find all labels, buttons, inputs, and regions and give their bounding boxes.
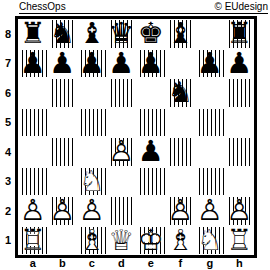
rank-label-7: 7 <box>2 49 14 79</box>
black-pawn[interactable]: ♟ <box>136 137 166 167</box>
square-c2[interactable]: ♟♙ <box>77 196 107 226</box>
rank-label-2: 2 <box>2 196 14 226</box>
white-piece-outline: ♙ <box>48 196 78 226</box>
white-bishop[interactable]: ♝♗ <box>166 226 196 256</box>
white-piece-outline: ♔ <box>136 226 166 256</box>
white-king[interactable]: ♚♔ <box>136 226 166 256</box>
square-f1[interactable]: ♝♗ <box>166 226 196 256</box>
square-g4[interactable] <box>195 137 225 167</box>
white-piece-outline: ♘ <box>195 226 225 256</box>
square-c3[interactable]: ♞♘ <box>77 167 107 197</box>
square-g2[interactable]: ♟♙ <box>195 196 225 226</box>
black-pawn[interactable]: ♟ <box>225 49 255 79</box>
square-c8[interactable]: ♝ <box>77 19 107 49</box>
black-piece-glyph: ♜ <box>18 19 48 49</box>
rank-label-8: 8 <box>2 19 14 49</box>
black-piece-glyph: ♜ <box>225 19 255 49</box>
square-e4[interactable]: ♟ <box>136 137 166 167</box>
square-e7[interactable]: ♟ <box>136 49 166 79</box>
square-b2[interactable]: ♟♙ <box>48 196 78 226</box>
square-c6[interactable] <box>77 78 107 108</box>
white-piece-outline: ♙ <box>225 196 255 226</box>
square-f4[interactable] <box>166 137 196 167</box>
square-b1[interactable] <box>48 226 78 256</box>
square-h2[interactable]: ♟♙ <box>225 196 255 226</box>
square-f5[interactable] <box>166 108 196 138</box>
square-h7[interactable]: ♟ <box>225 49 255 79</box>
square-a1[interactable]: ♜♖ <box>18 226 48 256</box>
black-bishop[interactable]: ♝ <box>166 19 196 49</box>
square-d8[interactable]: ♛ <box>107 19 137 49</box>
file-label-d: d <box>107 257 137 269</box>
square-d5[interactable] <box>107 108 137 138</box>
square-d7[interactable]: ♟ <box>107 49 137 79</box>
square-f8[interactable]: ♝ <box>166 19 196 49</box>
square-e3[interactable] <box>136 167 166 197</box>
white-pawn[interactable]: ♟♙ <box>77 196 107 226</box>
file-label-c: c <box>77 257 107 269</box>
black-piece-glyph: ♟ <box>18 49 48 79</box>
white-piece-outline: ♘ <box>77 167 107 197</box>
black-piece-glyph: ♟ <box>136 49 166 79</box>
square-h6[interactable] <box>225 78 255 108</box>
black-piece-glyph: ♚ <box>136 19 166 49</box>
white-piece-outline: ♙ <box>166 196 196 226</box>
app-title: ChessOps <box>19 1 66 13</box>
titlebar: ChessOps © EUdesign <box>19 0 268 14</box>
square-f3[interactable] <box>166 167 196 197</box>
rank-label-5: 5 <box>2 108 14 138</box>
square-b3[interactable] <box>48 167 78 197</box>
black-pawn[interactable]: ♟ <box>136 49 166 79</box>
square-e1[interactable]: ♚♔ <box>136 226 166 256</box>
white-pawn[interactable]: ♟♙ <box>225 196 255 226</box>
rank-label-1: 1 <box>2 226 14 256</box>
square-c7[interactable]: ♟ <box>77 49 107 79</box>
square-a8[interactable]: ♜ <box>18 19 48 49</box>
black-piece-glyph: ♟ <box>136 137 166 167</box>
square-h8[interactable]: ♜ <box>225 19 255 49</box>
black-piece-glyph: ♟ <box>225 49 255 79</box>
black-piece-glyph: ♞ <box>166 78 196 108</box>
rank-label-6: 6 <box>2 78 14 108</box>
white-pawn[interactable]: ♟♙ <box>166 196 196 226</box>
file-label-g: g <box>195 257 225 269</box>
square-c1[interactable]: ♝♗ <box>77 226 107 256</box>
white-piece-outline: ♗ <box>77 226 107 256</box>
white-piece-outline: ♙ <box>195 196 225 226</box>
rank-label-3: 3 <box>2 167 14 197</box>
square-e2[interactable] <box>136 196 166 226</box>
square-g8[interactable] <box>195 19 225 49</box>
black-piece-glyph: ♟ <box>195 49 225 79</box>
white-piece-outline: ♖ <box>18 226 48 256</box>
black-knight[interactable]: ♞ <box>166 78 196 108</box>
file-label-a: a <box>18 257 48 269</box>
square-h4[interactable] <box>225 137 255 167</box>
white-rook[interactable]: ♜♖ <box>225 226 255 256</box>
chess-board: ♜♞♝♛♚♝♜♟♟♟♟♟♟♟♞♟♙♟♞♘♟♙♟♙♟♙♟♙♟♙♟♙♜♖♝♗♛♕♚♔… <box>15 16 257 258</box>
square-c4[interactable] <box>77 137 107 167</box>
square-h5[interactable] <box>225 108 255 138</box>
square-a4[interactable] <box>18 137 48 167</box>
black-bishop[interactable]: ♝ <box>77 19 107 49</box>
square-b6[interactable] <box>48 78 78 108</box>
square-d3[interactable] <box>107 167 137 197</box>
black-piece-glyph: ♞ <box>48 19 78 49</box>
square-d2[interactable] <box>107 196 137 226</box>
white-pawn[interactable]: ♟♙ <box>18 196 48 226</box>
black-piece-glyph: ♟ <box>107 49 137 79</box>
white-knight[interactable]: ♞♘ <box>77 167 107 197</box>
square-h1[interactable]: ♜♖ <box>225 226 255 256</box>
square-d1[interactable]: ♛♕ <box>107 226 137 256</box>
white-knight[interactable]: ♞♘ <box>195 226 225 256</box>
white-pawn[interactable]: ♟♙ <box>107 137 137 167</box>
square-a3[interactable] <box>18 167 48 197</box>
file-label-f: f <box>166 257 196 269</box>
file-label-h: h <box>225 257 255 269</box>
square-b7[interactable]: ♟ <box>48 49 78 79</box>
square-f6[interactable]: ♞ <box>166 78 196 108</box>
square-e6[interactable] <box>136 78 166 108</box>
white-pawn[interactable]: ♟♙ <box>48 196 78 226</box>
white-rook[interactable]: ♜♖ <box>18 226 48 256</box>
square-d6[interactable] <box>107 78 137 108</box>
white-piece-outline: ♙ <box>18 196 48 226</box>
black-piece-glyph: ♝ <box>77 19 107 49</box>
rank-labels: 87654321 <box>2 19 14 255</box>
square-e5[interactable] <box>136 108 166 138</box>
square-a5[interactable] <box>18 108 48 138</box>
square-b8[interactable]: ♞ <box>48 19 78 49</box>
black-pawn[interactable]: ♟ <box>48 49 78 79</box>
square-g7[interactable]: ♟ <box>195 49 225 79</box>
black-king[interactable]: ♚ <box>136 19 166 49</box>
file-label-e: e <box>136 257 166 269</box>
file-label-b: b <box>48 257 78 269</box>
square-b4[interactable] <box>48 137 78 167</box>
square-d4[interactable]: ♟♙ <box>107 137 137 167</box>
rank-label-4: 4 <box>2 137 14 167</box>
square-c5[interactable] <box>77 108 107 138</box>
black-piece-glyph: ♟ <box>77 49 107 79</box>
black-rook[interactable]: ♜ <box>225 19 255 49</box>
square-a6[interactable] <box>18 78 48 108</box>
white-piece-outline: ♕ <box>107 226 137 256</box>
white-bishop[interactable]: ♝♗ <box>77 226 107 256</box>
white-pawn[interactable]: ♟♙ <box>195 196 225 226</box>
black-pawn[interactable]: ♟ <box>107 49 137 79</box>
square-g6[interactable] <box>195 78 225 108</box>
square-f2[interactable]: ♟♙ <box>166 196 196 226</box>
white-piece-outline: ♙ <box>107 137 137 167</box>
black-knight[interactable]: ♞ <box>48 19 78 49</box>
square-h3[interactable] <box>225 167 255 197</box>
black-piece-glyph: ♛ <box>107 19 137 49</box>
black-pawn[interactable]: ♟ <box>77 49 107 79</box>
white-piece-outline: ♖ <box>225 226 255 256</box>
black-piece-glyph: ♟ <box>48 49 78 79</box>
file-labels: abcdefgh <box>18 257 254 269</box>
black-pawn[interactable]: ♟ <box>195 49 225 79</box>
black-rook[interactable]: ♜ <box>18 19 48 49</box>
black-piece-glyph: ♝ <box>166 19 196 49</box>
square-f7[interactable] <box>166 49 196 79</box>
white-piece-outline: ♙ <box>77 196 107 226</box>
square-a2[interactable]: ♟♙ <box>18 196 48 226</box>
black-queen[interactable]: ♛ <box>107 19 137 49</box>
credit-label: © EUdesign <box>214 1 268 13</box>
white-queen[interactable]: ♛♕ <box>107 226 137 256</box>
square-g3[interactable] <box>195 167 225 197</box>
square-e8[interactable]: ♚ <box>136 19 166 49</box>
square-g1[interactable]: ♞♘ <box>195 226 225 256</box>
black-pawn[interactable]: ♟ <box>18 49 48 79</box>
square-a7[interactable]: ♟ <box>18 49 48 79</box>
square-g5[interactable] <box>195 108 225 138</box>
square-b5[interactable] <box>48 108 78 138</box>
white-piece-outline: ♗ <box>166 226 196 256</box>
